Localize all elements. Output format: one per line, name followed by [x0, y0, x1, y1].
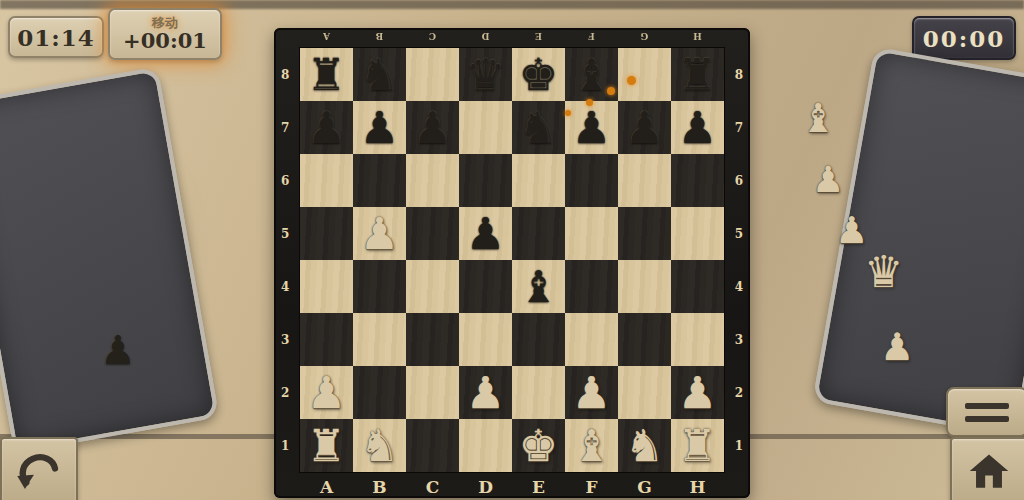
coordinate-label: 2 [281, 366, 289, 419]
coordinate-label: E [512, 477, 565, 497]
coordinate-label: 6 [735, 154, 743, 207]
square-f4[interactable] [565, 260, 618, 313]
undo-button[interactable] [0, 437, 78, 500]
square-h1[interactable]: ♜ [671, 419, 724, 472]
white-clock: 01:14 [8, 16, 104, 58]
coordinate-label: 4 [281, 260, 289, 313]
home-icon [968, 450, 1010, 492]
square-c7[interactable]: ♟ [406, 101, 459, 154]
black-clock-time: 00:00 [923, 25, 1006, 52]
square-g6[interactable] [618, 154, 671, 207]
square-c3[interactable] [406, 313, 459, 366]
coordinate-label: 1 [281, 419, 289, 472]
square-h7[interactable]: ♟ [671, 101, 724, 154]
piece-white-pawn[interactable]: ♟ [307, 371, 346, 415]
black-clock: 00:00 [912, 16, 1016, 60]
square-a2[interactable]: ♟ [300, 366, 353, 419]
piece-black-king[interactable]: ♚ [519, 53, 558, 97]
captured-white-bishop: ♝ [800, 98, 836, 138]
square-f7[interactable]: ♟ [565, 101, 618, 154]
square-a3[interactable] [300, 313, 353, 366]
square-g2[interactable] [618, 366, 671, 419]
piece-white-king[interactable]: ♚ [519, 424, 558, 468]
square-b2[interactable] [353, 366, 406, 419]
square-a8[interactable]: ♜ [300, 48, 353, 101]
chess-board: ♜♞♛♚♝♜♟♟♟♞♟♟♟♟♟♝♟♟♟♟♜♞♚♝♞♜ AABBCCDDEEFFG… [274, 28, 750, 498]
piece-white-pawn[interactable]: ♟ [360, 212, 399, 256]
square-d5[interactable]: ♟ [459, 207, 512, 260]
piece-white-knight[interactable]: ♞ [360, 424, 399, 468]
piece-black-bishop[interactable]: ♝ [519, 265, 558, 309]
piece-black-queen[interactable]: ♛ [466, 53, 505, 97]
square-f8[interactable]: ♝ [565, 48, 618, 101]
piece-white-bishop[interactable]: ♝ [572, 424, 611, 468]
move-increment-badge: 移动 +00:01 [108, 8, 222, 60]
square-d2[interactable]: ♟ [459, 366, 512, 419]
coordinate-label: 2 [735, 366, 743, 419]
square-b8[interactable]: ♞ [353, 48, 406, 101]
square-d7[interactable] [459, 101, 512, 154]
square-a5[interactable] [300, 207, 353, 260]
square-b6[interactable] [353, 154, 406, 207]
coordinate-label: G [618, 31, 671, 41]
square-d4[interactable] [459, 260, 512, 313]
menu-bar-icon [965, 416, 1009, 422]
square-f6[interactable] [565, 154, 618, 207]
piece-white-pawn[interactable]: ♟ [678, 371, 717, 415]
square-g4[interactable] [618, 260, 671, 313]
board-grid: ♜♞♛♚♝♜♟♟♟♞♟♟♟♟♟♝♟♟♟♟♜♞♚♝♞♜ [300, 48, 724, 472]
piece-white-knight[interactable]: ♞ [625, 424, 664, 468]
piece-black-knight[interactable]: ♞ [360, 53, 399, 97]
increment-value: +00:01 [123, 30, 207, 52]
piece-black-rook[interactable]: ♜ [678, 53, 717, 97]
coordinate-label: 5 [281, 207, 289, 260]
square-f5[interactable] [565, 207, 618, 260]
square-c1[interactable] [406, 419, 459, 472]
coordinate-label: H [671, 477, 724, 497]
square-b3[interactable] [353, 313, 406, 366]
coordinate-label: D [459, 477, 512, 497]
square-h4[interactable] [671, 260, 724, 313]
square-c4[interactable] [406, 260, 459, 313]
piece-black-pawn[interactable]: ♟ [572, 106, 611, 150]
square-a7[interactable]: ♟ [300, 101, 353, 154]
piece-white-pawn[interactable]: ♟ [466, 371, 505, 415]
square-c5[interactable] [406, 207, 459, 260]
coordinate-label: H [671, 31, 724, 41]
piece-black-pawn[interactable]: ♟ [307, 106, 346, 150]
coordinate-label: 6 [281, 154, 289, 207]
piece-black-bishop[interactable]: ♝ [572, 53, 611, 97]
square-g8[interactable] [618, 48, 671, 101]
square-d1[interactable] [459, 419, 512, 472]
white-clock-time: 01:14 [17, 24, 95, 51]
piece-white-rook[interactable]: ♜ [307, 424, 346, 468]
undo-arrow-icon [16, 448, 62, 494]
square-b5[interactable]: ♟ [353, 207, 406, 260]
piece-black-pawn[interactable]: ♟ [466, 212, 505, 256]
piece-black-rook[interactable]: ♜ [307, 53, 346, 97]
square-f3[interactable] [565, 313, 618, 366]
square-h3[interactable] [671, 313, 724, 366]
square-h2[interactable]: ♟ [671, 366, 724, 419]
coordinate-label: E [512, 31, 565, 41]
square-h8[interactable]: ♜ [671, 48, 724, 101]
coordinate-label: C [406, 477, 459, 497]
coordinate-label: A [300, 477, 353, 497]
home-button[interactable] [950, 437, 1024, 500]
square-e6[interactable] [512, 154, 565, 207]
coordinate-label: F [565, 31, 618, 41]
coordinate-label: 3 [281, 313, 289, 366]
square-e1[interactable]: ♚ [512, 419, 565, 472]
square-h5[interactable] [671, 207, 724, 260]
square-a1[interactable]: ♜ [300, 419, 353, 472]
square-d8[interactable]: ♛ [459, 48, 512, 101]
square-e2[interactable] [512, 366, 565, 419]
menu-button[interactable] [946, 387, 1024, 437]
square-h6[interactable] [671, 154, 724, 207]
square-b7[interactable]: ♟ [353, 101, 406, 154]
coordinate-label: A [300, 31, 353, 41]
square-a6[interactable] [300, 154, 353, 207]
piece-black-pawn[interactable]: ♟ [413, 106, 452, 150]
coordinate-label: 8 [281, 48, 289, 101]
square-d3[interactable] [459, 313, 512, 366]
square-e4[interactable]: ♝ [512, 260, 565, 313]
square-e5[interactable] [512, 207, 565, 260]
coordinate-label: D [459, 31, 512, 41]
square-c2[interactable] [406, 366, 459, 419]
square-c6[interactable] [406, 154, 459, 207]
square-f1[interactable]: ♝ [565, 419, 618, 472]
square-f2[interactable]: ♟ [565, 366, 618, 419]
coordinate-label: B [353, 31, 406, 41]
captured-tray-black-pieces [0, 67, 219, 454]
piece-black-knight[interactable]: ♞ [519, 106, 558, 150]
square-e8[interactable]: ♚ [512, 48, 565, 101]
square-c8[interactable] [406, 48, 459, 101]
piece-black-pawn[interactable]: ♟ [625, 106, 664, 150]
coordinate-label: 1 [735, 419, 743, 472]
coordinate-label: G [618, 477, 671, 497]
square-g5[interactable] [618, 207, 671, 260]
square-d6[interactable] [459, 154, 512, 207]
square-g7[interactable]: ♟ [618, 101, 671, 154]
square-g3[interactable] [618, 313, 671, 366]
square-a4[interactable] [300, 260, 353, 313]
coordinate-label: 5 [735, 207, 743, 260]
square-e3[interactable] [512, 313, 565, 366]
coordinate-label: 8 [735, 48, 743, 101]
coordinate-label: 7 [735, 101, 743, 154]
coordinate-label: 7 [281, 101, 289, 154]
piece-white-pawn[interactable]: ♟ [572, 371, 611, 415]
piece-white-rook[interactable]: ♜ [678, 424, 717, 468]
captured-tray-white-pieces [812, 47, 1024, 438]
square-b1[interactable]: ♞ [353, 419, 406, 472]
square-b4[interactable] [353, 260, 406, 313]
piece-black-pawn[interactable]: ♟ [678, 106, 717, 150]
coordinate-label: B [353, 477, 406, 497]
captured-white-pawn: ♟ [812, 162, 844, 198]
coordinate-label: C [406, 31, 459, 41]
piece-black-pawn[interactable]: ♟ [360, 106, 399, 150]
coordinate-label: F [565, 477, 618, 497]
coordinate-label: 4 [735, 260, 743, 313]
square-e7[interactable]: ♞ [512, 101, 565, 154]
menu-bar-icon [965, 403, 1009, 409]
coordinate-label: 3 [735, 313, 743, 366]
square-g1[interactable]: ♞ [618, 419, 671, 472]
